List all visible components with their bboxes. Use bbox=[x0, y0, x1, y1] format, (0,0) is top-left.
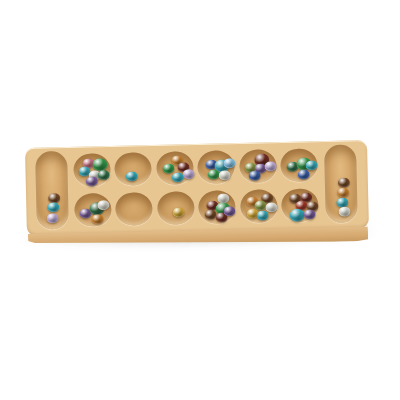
pit-top-6[interactable] bbox=[280, 148, 318, 182]
gem-teal bbox=[257, 211, 269, 221]
mancala-board bbox=[25, 140, 369, 250]
gem-amber bbox=[337, 187, 349, 197]
gem-brown bbox=[338, 177, 350, 187]
gem-purple bbox=[86, 176, 98, 186]
gem-lavender bbox=[47, 214, 59, 224]
pit-top-3[interactable] bbox=[156, 151, 194, 185]
store-right[interactable] bbox=[324, 144, 358, 223]
pit-top-5[interactable] bbox=[239, 149, 277, 183]
pit-top-1[interactable] bbox=[73, 152, 111, 186]
gem-green bbox=[163, 164, 175, 174]
store-left[interactable] bbox=[35, 151, 69, 230]
gem-lavender bbox=[182, 169, 194, 179]
gem-purple bbox=[224, 206, 236, 216]
gem-silver bbox=[265, 202, 277, 212]
gem-teal bbox=[125, 171, 137, 181]
pit-top-2[interactable] bbox=[114, 152, 152, 186]
gem-amber bbox=[91, 214, 103, 224]
board-grid bbox=[33, 144, 361, 229]
gem-silver bbox=[338, 207, 350, 217]
product-photo bbox=[0, 0, 400, 400]
pit-bottom-4[interactable] bbox=[198, 190, 236, 224]
pit-top-4[interactable] bbox=[197, 150, 235, 184]
gem-blue bbox=[297, 169, 309, 179]
gem-darkgreen bbox=[98, 170, 110, 180]
gem-teal bbox=[171, 172, 183, 182]
pit-bottom-6[interactable] bbox=[281, 188, 319, 222]
gem-teal bbox=[305, 160, 317, 170]
gem-purple bbox=[303, 210, 315, 220]
pit-bottom-5[interactable] bbox=[240, 189, 278, 223]
gem-lightblue bbox=[223, 158, 235, 168]
pit-bottom-3[interactable] bbox=[157, 191, 195, 225]
gem-lavender bbox=[264, 161, 276, 171]
gem-silver bbox=[219, 170, 231, 180]
gem-blue bbox=[249, 171, 261, 181]
pit-bottom-1[interactable] bbox=[74, 192, 112, 226]
board-face bbox=[25, 140, 369, 236]
gem-silver bbox=[98, 200, 110, 210]
pit-bottom-2[interactable] bbox=[115, 192, 153, 226]
gem-teal bbox=[47, 203, 59, 213]
gem-gold bbox=[173, 207, 185, 217]
